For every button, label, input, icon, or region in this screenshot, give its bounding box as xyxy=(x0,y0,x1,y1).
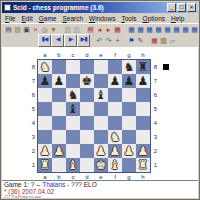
main-toolbar: ▤▨▣×◎▼▥▥▤◂▸▦▦▦▦▦▦▦▦▦▦ xyxy=(2,23,198,34)
black-pawn: ♟ xyxy=(40,74,51,88)
black-pawn: ♟ xyxy=(110,74,121,88)
finder-icon[interactable]: ◎ xyxy=(40,25,49,34)
square-h8[interactable]: ♜ xyxy=(136,60,150,74)
square-e4[interactable] xyxy=(94,116,108,130)
coord-label: 6 xyxy=(152,88,159,102)
square-f7[interactable]: ♟ xyxy=(108,74,122,88)
analysis-engine-window-icon[interactable]: ▦ xyxy=(172,25,181,34)
side-to-move-indicator xyxy=(163,64,169,70)
square-g8[interactable]: ♞ xyxy=(122,60,136,74)
square-a2[interactable]: ♟ xyxy=(38,144,52,158)
new-game-icon[interactable]: ▤ xyxy=(86,25,95,34)
square-a4[interactable] xyxy=(38,116,52,130)
square-c3[interactable] xyxy=(66,130,80,144)
square-d2[interactable] xyxy=(80,144,94,158)
menu-windows[interactable]: Windows xyxy=(86,15,118,22)
chess-board[interactable]: ♞♞♜♟♟♚♟♟♟♞♝♝♞♟♟♟♟♟♟♜♝♚♝♜ xyxy=(38,60,150,172)
game-info-pane: Game 1: ? -- Thalans - ??? ELO * (36) 20… xyxy=(2,180,198,198)
engine-icon[interactable]: ▦ xyxy=(150,36,159,45)
coord-label: a xyxy=(38,51,52,59)
black-rook: ♜ xyxy=(138,60,149,74)
white-pawn: ♟ xyxy=(54,144,65,158)
menu-game[interactable]: Game xyxy=(36,15,60,22)
square-g3[interactable] xyxy=(122,130,136,144)
square-e8[interactable] xyxy=(94,60,108,74)
book-icon[interactable]: ▥ xyxy=(159,36,168,45)
close-database-icon[interactable]: × xyxy=(31,25,40,34)
coord-label: 5 xyxy=(152,102,159,116)
coord-label: 6 xyxy=(30,88,37,102)
square-b1[interactable] xyxy=(52,158,66,172)
coord-label: f xyxy=(108,51,122,59)
square-h6[interactable] xyxy=(136,88,150,102)
coord-label: 3 xyxy=(152,130,159,144)
square-g7[interactable]: ♟ xyxy=(122,74,136,88)
flag-icon[interactable]: ⚑ xyxy=(127,36,136,45)
coord-label: d xyxy=(80,51,94,59)
white-pawn: ♟ xyxy=(110,144,121,158)
board-area: abcdefgh 87654321 ♞♞♜♟♟♚♟♟♟♞♝♝♞♟♟♟♟♟♟♜♝♚… xyxy=(2,47,198,180)
white-king: ♚ xyxy=(96,158,107,172)
square-f4[interactable] xyxy=(108,116,122,130)
menu-tools[interactable]: Tools xyxy=(118,15,139,22)
coord-label: 7 xyxy=(152,74,159,88)
white-bishop: ♝ xyxy=(68,158,79,172)
square-c7[interactable] xyxy=(66,74,80,88)
black-pawn: ♟ xyxy=(54,74,65,88)
square-f8[interactable] xyxy=(108,60,122,74)
square-a3[interactable] xyxy=(38,130,52,144)
save-game-icon[interactable]: ▦ xyxy=(113,25,122,34)
black-pawn: ♟ xyxy=(124,74,135,88)
black-bishop: ♝ xyxy=(68,102,79,116)
square-b4[interactable] xyxy=(52,116,66,130)
square-b2[interactable]: ♟ xyxy=(52,144,66,158)
add-variation-icon[interactable]: + xyxy=(113,36,122,45)
menu-file[interactable]: File xyxy=(2,15,19,22)
square-b8[interactable] xyxy=(52,60,66,74)
game-start-button[interactable]: ▮◀ xyxy=(38,34,51,47)
square-h7[interactable]: ♟ xyxy=(136,74,150,88)
square-a5[interactable] xyxy=(38,102,52,116)
white-knight: ♞ xyxy=(110,130,121,144)
black-pawn: ♟ xyxy=(138,74,149,88)
square-e3[interactable] xyxy=(94,130,108,144)
square-b5[interactable] xyxy=(52,102,66,116)
game-toolbar: ▮◀◀▶▶▮↶↷+⚑✎▦▥▱ xyxy=(2,34,198,47)
menu-options[interactable]: Options xyxy=(140,15,168,22)
coord-label: 4 xyxy=(30,116,37,130)
square-c5[interactable]: ♝ xyxy=(66,102,80,116)
square-g5[interactable] xyxy=(122,102,136,116)
black-knight: ♞ xyxy=(124,60,135,74)
coord-label: 4 xyxy=(152,116,159,130)
back-variation-icon[interactable]: ↶ xyxy=(95,36,104,45)
square-d6[interactable] xyxy=(80,88,94,102)
square-g1[interactable] xyxy=(122,158,136,172)
minimize-button[interactable]: _ xyxy=(167,3,176,12)
maximize-button[interactable]: □ xyxy=(177,3,186,12)
square-c2[interactable] xyxy=(66,144,80,158)
square-e6[interactable]: ♝ xyxy=(94,88,108,102)
square-g6[interactable] xyxy=(122,88,136,102)
tablebase-window-icon[interactable]: ▦ xyxy=(190,25,199,34)
comment-editor-window-icon[interactable]: ▦ xyxy=(136,25,145,34)
game-header-text: Game 1: ? -- xyxy=(4,181,42,188)
square-e7[interactable] xyxy=(94,74,108,88)
square-c1[interactable]: ♝ xyxy=(66,158,80,172)
open-database-icon[interactable]: ▨ xyxy=(13,25,22,34)
window-title: Scid - chess programme (3.6) xyxy=(13,2,167,13)
move-forward-button[interactable]: ▶ xyxy=(64,34,77,47)
square-b3[interactable] xyxy=(52,130,66,144)
coord-label: 1 xyxy=(152,158,159,172)
coord-label: 3 xyxy=(30,130,37,144)
coord-label: 2 xyxy=(152,144,159,158)
white-pawn: ♟ xyxy=(124,144,135,158)
square-d4[interactable] xyxy=(80,116,94,130)
square-b7[interactable]: ♟ xyxy=(52,74,66,88)
square-a7[interactable]: ♟ xyxy=(38,74,52,88)
square-d5[interactable] xyxy=(80,102,94,116)
square-e5[interactable] xyxy=(94,102,108,116)
black-king: ♚ xyxy=(82,74,93,88)
square-d1[interactable] xyxy=(80,158,94,172)
app-window: Scid - chess programme (3.6) _ □ × FileE… xyxy=(0,0,200,200)
coord-label: 8 xyxy=(30,60,37,74)
white-pawn: ♟ xyxy=(96,144,107,158)
black-knight: ♞ xyxy=(68,88,79,102)
title-bar: Scid - chess programme (3.6) _ □ × xyxy=(2,2,198,13)
square-h2[interactable]: ♟ xyxy=(136,144,150,158)
setup-board-icon[interactable]: ▱ xyxy=(168,36,177,45)
square-h4[interactable] xyxy=(136,116,150,130)
new-database-icon[interactable]: ▤ xyxy=(4,25,13,34)
coord-label: b xyxy=(52,51,66,59)
white-rook: ♜ xyxy=(40,158,51,172)
white-bishop: ♝ xyxy=(110,158,121,172)
game-list-window-icon[interactable]: ▦ xyxy=(145,25,154,34)
menu-edit[interactable]: Edit xyxy=(19,15,36,22)
rank-labels-right: 87654321 xyxy=(152,60,159,172)
coord-label: 5 xyxy=(30,102,37,116)
square-d3[interactable] xyxy=(80,130,94,144)
square-h3[interactable] xyxy=(136,130,150,144)
game-info-line3: G.Tartakover ... xyxy=(4,195,196,198)
coord-label: h xyxy=(136,51,150,59)
maintenance-window-icon[interactable]: ▦ xyxy=(154,25,163,34)
coord-label: 8 xyxy=(152,60,159,74)
white-rook: ♜ xyxy=(138,158,149,172)
square-f5[interactable] xyxy=(108,102,122,116)
square-e1[interactable]: ♚ xyxy=(94,158,108,172)
coord-label: 2 xyxy=(30,144,37,158)
menu-search[interactable]: Search xyxy=(59,15,86,22)
next-game-icon[interactable]: ▸ xyxy=(104,25,113,34)
annotate-pencil-icon[interactable]: ✎ xyxy=(136,36,145,45)
player-name-link[interactable]: Thalans xyxy=(42,181,65,188)
coord-label: g xyxy=(122,51,136,59)
bookmark-icon[interactable]: ▼ xyxy=(49,25,58,34)
save-icon[interactable]: ▣ xyxy=(22,25,31,34)
square-f3[interactable]: ♞ xyxy=(108,130,122,144)
coord-label: c xyxy=(66,51,80,59)
square-f1[interactable]: ♝ xyxy=(108,158,122,172)
coord-label: 1 xyxy=(30,158,37,172)
black-bishop: ♝ xyxy=(96,88,107,102)
square-f2[interactable]: ♟ xyxy=(108,144,122,158)
square-c4[interactable] xyxy=(66,116,80,130)
square-a8[interactable]: ♞ xyxy=(38,60,52,74)
menu-help[interactable]: Help xyxy=(168,15,187,22)
square-h1[interactable]: ♜ xyxy=(136,158,150,172)
coord-label: 7 xyxy=(30,74,37,88)
prev-game-icon[interactable]: ◂ xyxy=(95,25,104,34)
tree-window-icon[interactable]: ▦ xyxy=(163,25,172,34)
copy-icon[interactable]: ▥ xyxy=(63,25,72,34)
square-d7[interactable]: ♚ xyxy=(80,74,94,88)
close-button[interactable]: × xyxy=(187,3,196,12)
square-e2[interactable]: ♟ xyxy=(94,144,108,158)
book-window-icon[interactable]: ▦ xyxy=(199,25,200,34)
enter-variation-icon[interactable]: ↷ xyxy=(104,36,113,45)
file-labels-top: abcdefgh xyxy=(38,51,150,59)
game-end-button[interactable]: ▶▮ xyxy=(77,34,90,47)
square-h5[interactable] xyxy=(136,102,150,116)
white-pawn: ♟ xyxy=(40,144,51,158)
paste-icon[interactable]: ▥ xyxy=(72,25,81,34)
square-c8[interactable] xyxy=(66,60,80,74)
square-a6[interactable] xyxy=(38,88,52,102)
white-knight: ♞ xyxy=(40,60,51,74)
square-g2[interactable]: ♟ xyxy=(122,144,136,158)
square-a1[interactable]: ♜ xyxy=(38,158,52,172)
menu-bar: FileEditGameSearchWindowsToolsOptionsHel… xyxy=(2,13,198,23)
square-f6[interactable] xyxy=(108,88,122,102)
white-pawn: ♟ xyxy=(138,144,149,158)
game-elo-text: - ??? ELO xyxy=(65,181,96,188)
square-g4[interactable] xyxy=(122,116,136,130)
rank-labels-left: 87654321 xyxy=(30,60,37,172)
app-icon xyxy=(4,4,11,11)
square-d8[interactable] xyxy=(80,60,94,74)
game-info-window-icon[interactable]: ▦ xyxy=(127,25,136,34)
player-info-window-icon[interactable]: ▦ xyxy=(181,25,190,34)
move-back-button[interactable]: ◀ xyxy=(51,34,64,47)
square-b6[interactable] xyxy=(52,88,66,102)
square-c6[interactable]: ♞ xyxy=(66,88,80,102)
coord-label: e xyxy=(94,51,108,59)
